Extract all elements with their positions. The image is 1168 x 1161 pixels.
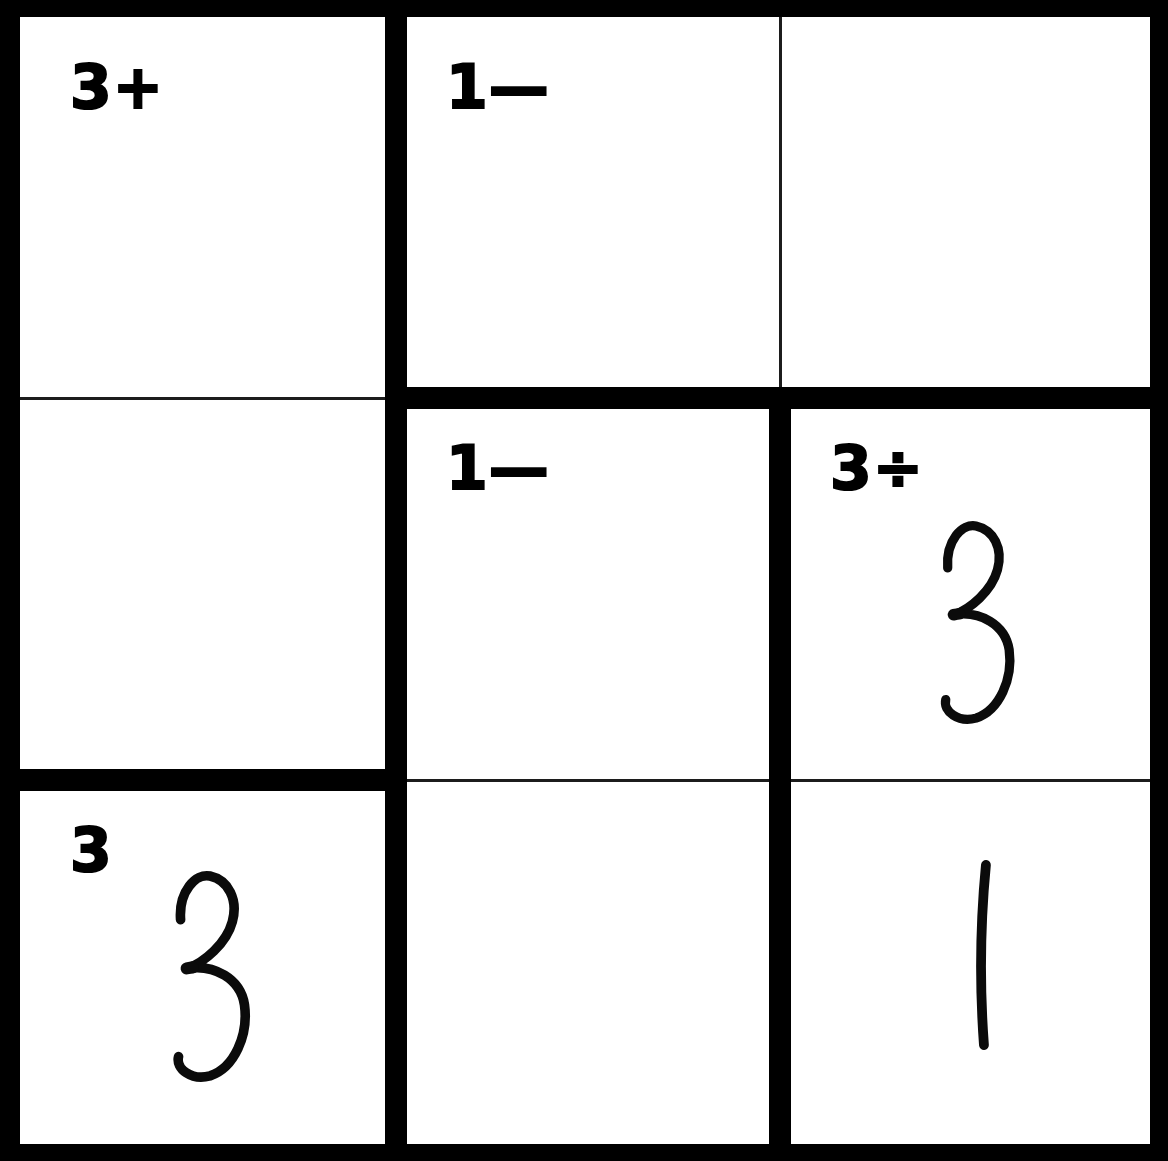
cage-clue-1minus-top: 1— (446, 57, 550, 117)
cell-r1c1[interactable]: 3+ (20, 17, 396, 398)
cell-grid: 3+ 1— 1— 3÷ 3 (20, 17, 1150, 1144)
cell-r2c1[interactable] (20, 398, 396, 780)
cell-r1c3[interactable] (780, 17, 1150, 398)
cage-border-vertical-c1c2 (385, 17, 407, 1144)
handwritten-digit-1 (966, 862, 997, 1048)
cell-r3c2[interactable] (396, 780, 780, 1144)
handwritten-digit-3 (937, 523, 1015, 723)
cell-r2c3[interactable]: 3÷ (780, 398, 1150, 780)
cage-clue-1minus-mid: 1— (446, 438, 550, 498)
cage-clue-3plus: 3+ (70, 57, 164, 117)
cell-r3c3[interactable] (780, 780, 1150, 1144)
cell-r2c2[interactable]: 1— (396, 398, 780, 780)
cell-r1c2[interactable]: 1— (396, 17, 780, 398)
handwritten-digit-3 (169, 873, 250, 1081)
kenken-board: 3+ 1— 1— 3÷ 3 (0, 0, 1168, 1161)
cell-r3c1[interactable]: 3 (20, 780, 396, 1144)
cage-clue-3single: 3 (70, 820, 113, 880)
cage-border-horizontal-r1r2 (385, 387, 1150, 409)
grid-line-thin-r1r2-col1 (20, 397, 396, 400)
cage-clue-3divide: 3÷ (830, 438, 924, 498)
cage-border-horizontal-r2r3 (20, 769, 407, 791)
grid-line-thin-c2c3-row1 (779, 17, 782, 398)
cage-border-vertical-c2c3 (769, 387, 791, 1144)
